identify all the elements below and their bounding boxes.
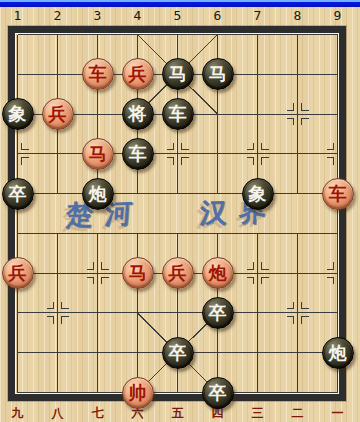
piece-black-horse-c6r1[interactable]: 马 — [202, 58, 234, 90]
bottom-label-8: 二 — [278, 405, 318, 421]
piece-red-rook-c3r1[interactable]: 车 — [82, 58, 114, 90]
top-label-1: 1 — [0, 8, 38, 24]
piece-black-elephant-c1r2[interactable]: 象 — [2, 98, 34, 130]
piece-black-pawn-c5r8[interactable]: 卒 — [162, 337, 194, 369]
piece-black-elephant-c7r4[interactable]: 象 — [242, 178, 274, 210]
bottom-label-3: 七 — [78, 405, 118, 421]
piece-black-cannon-c9r8[interactable]: 炮 — [322, 337, 354, 369]
top-label-8: 8 — [278, 8, 318, 24]
piece-black-rook-c5r2[interactable]: 车 — [162, 98, 194, 130]
top-label-2: 2 — [38, 8, 78, 24]
piece-red-pawn-c2r2[interactable]: 兵 — [42, 98, 74, 130]
piece-red-general-c4r9[interactable]: 帅 — [122, 377, 154, 409]
piece-red-cannon-c6r6[interactable]: 炮 — [202, 257, 234, 289]
piece-black-horse-c5r1[interactable]: 马 — [162, 58, 194, 90]
bottom-label-2: 八 — [38, 405, 78, 421]
piece-black-pawn-c6r7[interactable]: 卒 — [202, 297, 234, 329]
bottom-label-5: 五 — [158, 405, 198, 421]
top-label-5: 5 — [158, 8, 198, 24]
piece-red-rook-c9r4[interactable]: 车 — [322, 178, 354, 210]
piece-black-pawn-c6r9[interactable]: 卒 — [202, 377, 234, 409]
piece-black-cannon-c3r4[interactable]: 炮 — [82, 178, 114, 210]
piece-red-pawn-c5r6[interactable]: 兵 — [162, 257, 194, 289]
piece-black-pawn-c1r4[interactable]: 卒 — [2, 178, 34, 210]
top-label-9: 9 — [318, 8, 358, 24]
piece-red-horse-c3r3[interactable]: 马 — [82, 138, 114, 170]
top-label-6: 6 — [198, 8, 238, 24]
piece-red-horse-c4r6[interactable]: 马 — [122, 257, 154, 289]
top-label-3: 3 — [78, 8, 118, 24]
bottom-label-9: 一 — [318, 405, 358, 421]
bottom-label-1: 九 — [0, 405, 38, 421]
xiangqi-board-window: 楚河 汉界 123456789 九八七六五四三二一 车兵马马象兵将车马车卒炮象车… — [0, 0, 360, 422]
top-label-7: 7 — [238, 8, 278, 24]
piece-black-general-c4r2[interactable]: 将 — [122, 98, 154, 130]
window-top-strip — [0, 0, 360, 7]
top-label-4: 4 — [118, 8, 158, 24]
piece-red-pawn-c4r1[interactable]: 兵 — [122, 58, 154, 90]
piece-red-pawn-c1r6[interactable]: 兵 — [2, 257, 34, 289]
bottom-label-7: 三 — [238, 405, 278, 421]
piece-black-rook-c4r3[interactable]: 车 — [122, 138, 154, 170]
